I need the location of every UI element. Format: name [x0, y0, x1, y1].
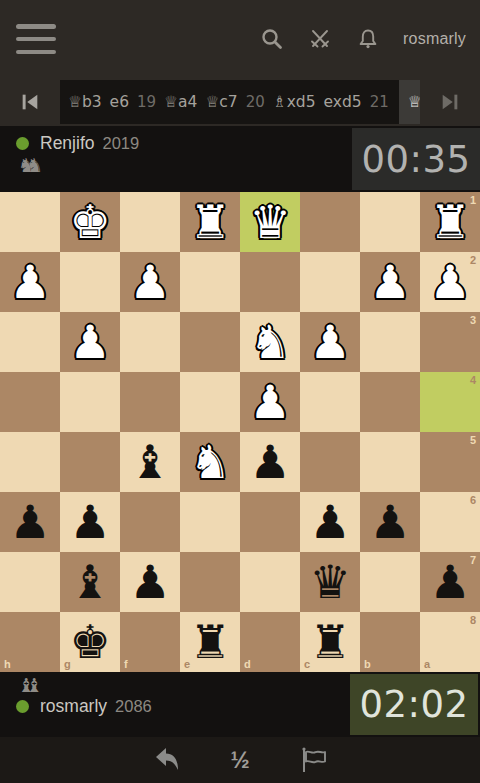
piece-black-pawn[interactable]: ♟ — [120, 552, 180, 612]
player-name[interactable]: Renjifo — [40, 133, 94, 154]
square-e8[interactable]: ♜e — [180, 612, 240, 672]
piece-white-pawn[interactable]: ♟ — [120, 252, 180, 312]
bell-icon — [356, 27, 380, 51]
square-a2[interactable]: ♟2 — [420, 252, 480, 312]
square-d1[interactable]: ♛ — [240, 192, 300, 252]
square-a7[interactable]: ♟7 — [420, 552, 480, 612]
piece-white-pawn[interactable]: ♟ — [60, 312, 120, 372]
square-a8[interactable]: 8a — [420, 612, 480, 672]
square-h6[interactable]: ♟ — [0, 492, 60, 552]
square-b8[interactable]: b — [360, 612, 420, 672]
resign-button[interactable] — [297, 746, 331, 774]
challenges-button[interactable] — [307, 26, 333, 52]
piece-white-queen[interactable]: ♛ — [240, 192, 300, 252]
online-indicator — [16, 700, 29, 713]
search-icon — [260, 27, 284, 51]
square-f7[interactable]: ♟ — [120, 552, 180, 612]
file-coordinate-d: d — [244, 658, 251, 670]
hamburger-menu-button[interactable] — [16, 24, 56, 54]
square-h8[interactable]: h — [0, 612, 60, 672]
rank-coordinate-8: 8 — [470, 614, 476, 626]
square-g4[interactable] — [60, 372, 120, 432]
square-a1[interactable]: ♜1 — [420, 192, 480, 252]
square-h5[interactable] — [0, 432, 60, 492]
square-a4[interactable]: 4 — [420, 372, 480, 432]
square-c1[interactable] — [300, 192, 360, 252]
square-g5[interactable] — [60, 432, 120, 492]
piece-white-knight[interactable]: ♞ — [240, 312, 300, 372]
square-d3[interactable]: ♞ — [240, 312, 300, 372]
skip-to-end-button[interactable] — [420, 78, 480, 126]
square-d5[interactable]: ♟ — [240, 432, 300, 492]
square-c4[interactable] — [300, 372, 360, 432]
rank-coordinate-2: 2 — [470, 254, 476, 266]
file-coordinate-e: e — [184, 658, 190, 670]
clock-bottom: 02:02 — [350, 674, 478, 735]
square-h3[interactable] — [0, 312, 60, 372]
rank-coordinate-5: 5 — [470, 434, 476, 446]
square-e5[interactable]: ♞ — [180, 432, 240, 492]
square-b6[interactable]: ♟ — [360, 492, 420, 552]
square-f4[interactable] — [120, 372, 180, 432]
square-g1[interactable]: ♚ — [60, 192, 120, 252]
file-coordinate-f: f — [124, 658, 128, 670]
square-f6[interactable] — [120, 492, 180, 552]
player-bottom: ♝♝ rosmarly 2086 02:02 — [0, 672, 480, 737]
square-d6[interactable] — [240, 492, 300, 552]
username-menu[interactable]: rosmarly — [403, 30, 466, 48]
square-a3[interactable]: 3 — [420, 312, 480, 372]
square-d4[interactable]: ♟ — [240, 372, 300, 432]
square-d8[interactable]: d — [240, 612, 300, 672]
file-coordinate-h: h — [4, 658, 11, 670]
move-token[interactable]: ♕d1 — [399, 80, 420, 124]
square-f2[interactable]: ♟ — [120, 252, 180, 312]
online-indicator — [16, 137, 29, 150]
square-e2[interactable] — [180, 252, 240, 312]
piece-white-pawn[interactable]: ♟ — [240, 372, 300, 432]
flag-icon — [299, 746, 329, 774]
square-c7[interactable]: ♛ — [300, 552, 360, 612]
piece-black-pawn[interactable]: ♟ — [300, 492, 360, 552]
rank-coordinate-1: 1 — [470, 194, 476, 206]
square-e3[interactable] — [180, 312, 240, 372]
notifications-button[interactable] — [355, 26, 381, 52]
move-number-label: 19 — [137, 93, 156, 111]
file-coordinate-b: b — [364, 658, 371, 670]
move-token[interactable]: ♕b3 — [68, 93, 102, 111]
top-nav: rosmarly — [0, 0, 480, 78]
square-f5[interactable]: ♝ — [120, 432, 180, 492]
square-e6[interactable] — [180, 492, 240, 552]
square-h2[interactable]: ♟ — [0, 252, 60, 312]
player-rating: 2019 — [102, 134, 139, 153]
skip-to-start-button[interactable] — [0, 78, 60, 126]
draw-offer-button[interactable]: ½ — [223, 747, 257, 774]
piece-white-pawn[interactable]: ♟ — [300, 312, 360, 372]
piece-white-knight[interactable]: ♞ — [180, 432, 240, 492]
rank-coordinate-4: 4 — [470, 374, 476, 386]
square-f8[interactable]: f — [120, 612, 180, 672]
rank-coordinate-6: 6 — [470, 494, 476, 506]
search-button[interactable] — [259, 26, 285, 52]
square-h7[interactable] — [0, 552, 60, 612]
piece-black-queen[interactable]: ♛ — [300, 552, 360, 612]
move-token[interactable]: e6 — [110, 93, 129, 111]
takeback-button[interactable] — [149, 746, 183, 774]
move-strip: ♕b3e619♕a4♕c720♗xd5exd521♕d1 — [0, 78, 480, 126]
square-e4[interactable] — [180, 372, 240, 432]
app-header: rosmarly ♕b3e619♕a4♕c720♗xd5exd521♕d1 — [0, 0, 480, 126]
square-c3[interactable]: ♟ — [300, 312, 360, 372]
move-list[interactable]: ♕b3e619♕a4♕c720♗xd5exd521♕d1 — [60, 80, 420, 124]
player-top: Renjifo 2019 ♞♞ 00:35 — [0, 126, 480, 192]
player-rating: 2086 — [115, 697, 152, 716]
square-c2[interactable] — [300, 252, 360, 312]
rank-coordinate-7: 7 — [470, 554, 476, 566]
move-token[interactable]: ♕a4 — [164, 93, 197, 111]
file-coordinate-c: c — [304, 658, 310, 670]
square-c5[interactable] — [300, 432, 360, 492]
move-number-label: 20 — [246, 93, 265, 111]
piece-black-bishop[interactable]: ♝ — [120, 432, 180, 492]
piece-white-rook[interactable]: ♜ — [180, 192, 240, 252]
square-b5[interactable] — [360, 432, 420, 492]
square-d2[interactable] — [240, 252, 300, 312]
square-f1[interactable] — [120, 192, 180, 252]
square-b7[interactable] — [360, 552, 420, 612]
square-a5[interactable]: 5 — [420, 432, 480, 492]
clock-top: 00:35 — [352, 128, 480, 190]
move-token[interactable]: ♗xd5 — [273, 93, 316, 111]
move-number-label: 21 — [370, 93, 389, 111]
square-c6[interactable]: ♟ — [300, 492, 360, 552]
skip-to-end-icon — [439, 91, 461, 113]
move-token[interactable]: ♕c7 — [205, 93, 237, 111]
square-c8[interactable]: ♜c — [300, 612, 360, 672]
square-e1[interactable]: ♜ — [180, 192, 240, 252]
square-b1[interactable] — [360, 192, 420, 252]
piece-black-pawn[interactable]: ♟ — [0, 492, 60, 552]
crossed-swords-icon — [308, 27, 332, 51]
square-b4[interactable] — [360, 372, 420, 432]
square-g3[interactable]: ♟ — [60, 312, 120, 372]
square-h1[interactable] — [0, 192, 60, 252]
move-token[interactable]: exd5 — [324, 93, 362, 111]
square-g7[interactable]: ♝ — [60, 552, 120, 612]
piece-white-king[interactable]: ♚ — [60, 192, 120, 252]
piece-white-pawn[interactable]: ♟ — [0, 252, 60, 312]
piece-black-bishop[interactable]: ♝ — [60, 552, 120, 612]
game-toolbar: ½ — [0, 737, 480, 783]
square-h4[interactable] — [0, 372, 60, 432]
file-coordinate-g: g — [64, 658, 71, 670]
file-coordinate-a: a — [424, 658, 430, 670]
piece-black-pawn[interactable]: ♟ — [60, 492, 120, 552]
piece-white-pawn[interactable]: ♟ — [360, 252, 420, 312]
undo-arrow-icon — [150, 746, 182, 774]
square-b3[interactable] — [360, 312, 420, 372]
piece-black-pawn[interactable]: ♟ — [240, 432, 300, 492]
square-b2[interactable]: ♟ — [360, 252, 420, 312]
square-a6[interactable]: 6 — [420, 492, 480, 552]
rank-coordinate-3: 3 — [470, 314, 476, 326]
chess-board: ♚♜♛♜1♟♟♟♟2♟♞♟3♟4♝♞♟5♟♟♟♟6♝♟♛♟7h♚gf♜ed♜cb… — [0, 192, 480, 672]
square-g8[interactable]: ♚g — [60, 612, 120, 672]
player-name[interactable]: rosmarly — [40, 696, 107, 717]
square-e7[interactable] — [180, 552, 240, 612]
square-f3[interactable] — [120, 312, 180, 372]
square-d7[interactable] — [240, 552, 300, 612]
square-g2[interactable] — [60, 252, 120, 312]
piece-black-pawn[interactable]: ♟ — [360, 492, 420, 552]
skip-to-start-icon — [19, 91, 41, 113]
square-g6[interactable]: ♟ — [60, 492, 120, 552]
